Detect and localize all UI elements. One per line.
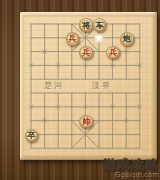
sparkle-marker xyxy=(97,36,101,40)
piece-red-soldier[interactable]: 兵 xyxy=(106,46,120,60)
watermark-title: 游戏攻略 xyxy=(103,158,159,171)
piece-red-soldier[interactable]: 兵 xyxy=(79,46,93,60)
piece-character: 炮 xyxy=(123,32,131,45)
piece-red-general[interactable]: 帅 xyxy=(79,115,93,129)
piece-character: 车 xyxy=(96,19,104,32)
piece-red-soldier[interactable]: 兵 xyxy=(66,32,80,46)
piece-black-cannon[interactable]: 炮 xyxy=(120,32,134,46)
piece-character: 兵 xyxy=(109,46,117,59)
watermark: 游戏攻略 Ggaiqin.com xyxy=(103,158,159,179)
piece-character: 兵 xyxy=(68,32,76,45)
piece-character: 将 xyxy=(82,19,90,32)
river-label-right: 漢界 xyxy=(85,80,119,91)
piece-character: 兵 xyxy=(82,46,90,59)
piece-character: 帅 xyxy=(82,115,90,128)
xiangqi-app-screen: 楚河 漢界 将车兵炮兵兵帅卒 游戏攻略 Ggaiqin.com xyxy=(0,0,160,180)
piece-black-chariot[interactable]: 车 xyxy=(93,18,107,32)
watermark-site: Ggaiqin.com xyxy=(103,172,159,179)
xiangqi-board[interactable]: 楚河 漢界 将车兵炮兵兵帅卒 xyxy=(20,12,157,160)
piece-black-general[interactable]: 将 xyxy=(79,18,93,32)
piece-character: 卒 xyxy=(28,129,36,142)
river-label-left: 楚河 xyxy=(37,80,71,91)
